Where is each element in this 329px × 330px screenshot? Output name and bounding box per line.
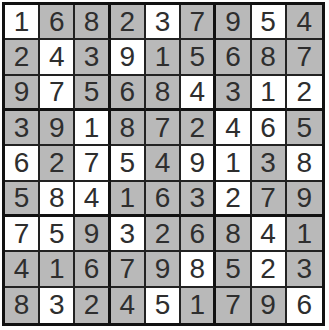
cell-r6c4: 1 — [111, 182, 146, 217]
cell-r5c2: 2 — [40, 146, 75, 181]
cell-r9c5: 5 — [146, 288, 181, 323]
cell-r2c3: 3 — [75, 40, 110, 75]
cell-r7c4: 3 — [111, 217, 146, 252]
cell-r3c2: 7 — [40, 76, 75, 111]
cell-r8c1: 4 — [5, 252, 40, 287]
cell-r5c9: 8 — [287, 146, 322, 181]
cell-r2c4: 9 — [111, 40, 146, 75]
cell-r1c4: 2 — [111, 5, 146, 40]
cell-r7c2: 5 — [40, 217, 75, 252]
cell-r4c7: 4 — [216, 111, 251, 146]
cell-r1c1: 1 — [5, 5, 40, 40]
cell-r4c9: 5 — [287, 111, 322, 146]
cell-r9c1: 8 — [5, 288, 40, 323]
cell-r1c5: 3 — [146, 5, 181, 40]
cell-r4c6: 2 — [181, 111, 216, 146]
cell-r4c1: 3 — [5, 111, 40, 146]
cell-r5c7: 1 — [216, 146, 251, 181]
cell-r4c5: 7 — [146, 111, 181, 146]
cell-r3c8: 1 — [252, 76, 287, 111]
cell-r4c4: 8 — [111, 111, 146, 146]
cell-r2c1: 2 — [5, 40, 40, 75]
sudoku-board: 1682379542439156879756843123918724656275… — [2, 2, 325, 326]
cell-r5c5: 4 — [146, 146, 181, 181]
cell-r9c8: 9 — [252, 288, 287, 323]
cell-r7c3: 9 — [75, 217, 110, 252]
cell-r4c8: 6 — [252, 111, 287, 146]
cell-r2c6: 5 — [181, 40, 216, 75]
cell-r7c9: 1 — [287, 217, 322, 252]
cell-r8c2: 1 — [40, 252, 75, 287]
cell-r6c9: 9 — [287, 182, 322, 217]
cell-r3c7: 3 — [216, 76, 251, 111]
cell-r6c7: 2 — [216, 182, 251, 217]
cell-r8c3: 6 — [75, 252, 110, 287]
cell-r5c8: 3 — [252, 146, 287, 181]
cell-r8c4: 7 — [111, 252, 146, 287]
cell-r9c2: 3 — [40, 288, 75, 323]
cell-r3c6: 4 — [181, 76, 216, 111]
cell-r2c8: 8 — [252, 40, 287, 75]
cell-r6c8: 7 — [252, 182, 287, 217]
cell-r3c3: 5 — [75, 76, 110, 111]
cell-r5c1: 6 — [5, 146, 40, 181]
cell-r2c2: 4 — [40, 40, 75, 75]
cell-r1c7: 9 — [216, 5, 251, 40]
cell-r6c6: 3 — [181, 182, 216, 217]
cell-r9c9: 6 — [287, 288, 322, 323]
cell-r5c3: 7 — [75, 146, 110, 181]
cell-r7c6: 6 — [181, 217, 216, 252]
cell-r4c3: 1 — [75, 111, 110, 146]
cell-r9c6: 1 — [181, 288, 216, 323]
cell-r9c3: 2 — [75, 288, 110, 323]
cell-r9c4: 4 — [111, 288, 146, 323]
cell-r5c6: 9 — [181, 146, 216, 181]
cell-r3c9: 2 — [287, 76, 322, 111]
cell-r2c9: 7 — [287, 40, 322, 75]
cell-r3c4: 6 — [111, 76, 146, 111]
page: 1682379542439156879756843123918724656275… — [0, 0, 329, 330]
cell-r1c6: 7 — [181, 5, 216, 40]
cell-r3c1: 9 — [5, 76, 40, 111]
cell-r7c8: 4 — [252, 217, 287, 252]
cell-r4c2: 9 — [40, 111, 75, 146]
cell-r2c7: 6 — [216, 40, 251, 75]
cell-r8c6: 8 — [181, 252, 216, 287]
cell-r1c9: 4 — [287, 5, 322, 40]
cell-r7c5: 2 — [146, 217, 181, 252]
cell-r1c2: 6 — [40, 5, 75, 40]
cell-r8c9: 3 — [287, 252, 322, 287]
cell-r1c3: 8 — [75, 5, 110, 40]
cell-r3c5: 8 — [146, 76, 181, 111]
cell-r9c7: 7 — [216, 288, 251, 323]
cell-r2c5: 1 — [146, 40, 181, 75]
cell-r7c1: 7 — [5, 217, 40, 252]
cell-r8c8: 2 — [252, 252, 287, 287]
cell-r5c4: 5 — [111, 146, 146, 181]
cell-r1c8: 5 — [252, 5, 287, 40]
cell-r6c5: 6 — [146, 182, 181, 217]
cell-r6c1: 5 — [5, 182, 40, 217]
cell-r6c3: 4 — [75, 182, 110, 217]
cell-r6c2: 8 — [40, 182, 75, 217]
cell-r8c5: 9 — [146, 252, 181, 287]
cell-r8c7: 5 — [216, 252, 251, 287]
cell-r7c7: 8 — [216, 217, 251, 252]
